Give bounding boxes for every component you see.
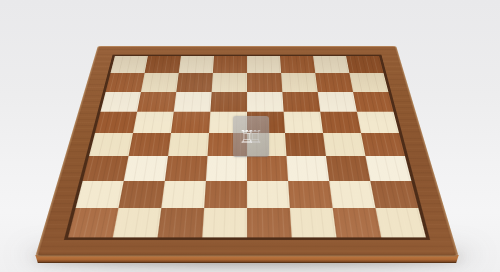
square-a7 xyxy=(106,73,145,92)
square-a8 xyxy=(110,56,147,73)
square-h4 xyxy=(361,133,405,156)
square-e8 xyxy=(247,56,281,73)
square-h5 xyxy=(357,112,399,133)
square-c6 xyxy=(174,92,212,112)
square-g2 xyxy=(329,181,375,208)
square-a5 xyxy=(95,112,137,133)
square-c4 xyxy=(168,133,209,156)
shop-watermark: ♖ ♖ xyxy=(233,116,269,157)
square-b1 xyxy=(113,208,162,237)
square-b8 xyxy=(145,56,181,73)
square-c5 xyxy=(171,112,210,133)
square-f7 xyxy=(281,73,318,92)
product-photo: ♖ ♖ xyxy=(0,0,500,272)
square-g3 xyxy=(326,156,370,181)
square-a2 xyxy=(76,181,124,208)
square-c8 xyxy=(179,56,214,73)
square-f8 xyxy=(280,56,315,73)
square-a4 xyxy=(89,133,133,156)
square-b2 xyxy=(118,181,164,208)
square-b4 xyxy=(129,133,171,156)
square-f1 xyxy=(290,208,337,237)
square-b3 xyxy=(124,156,168,181)
square-b6 xyxy=(137,92,176,112)
square-h1 xyxy=(376,208,426,237)
square-a3 xyxy=(83,156,129,181)
square-f3 xyxy=(286,156,329,181)
square-f4 xyxy=(285,133,326,156)
square-h7 xyxy=(349,73,388,92)
square-g7 xyxy=(315,73,353,92)
square-c3 xyxy=(165,156,208,181)
square-f5 xyxy=(284,112,323,133)
square-e6 xyxy=(247,92,284,112)
square-d3 xyxy=(206,156,247,181)
square-a6 xyxy=(101,92,141,112)
square-h8 xyxy=(346,56,383,73)
square-b7 xyxy=(141,73,179,92)
square-f2 xyxy=(288,181,333,208)
square-h6 xyxy=(353,92,393,112)
square-a1 xyxy=(68,208,118,237)
square-c1 xyxy=(158,208,205,237)
square-b5 xyxy=(133,112,174,133)
square-g1 xyxy=(333,208,382,237)
square-e3 xyxy=(247,156,288,181)
square-e7 xyxy=(247,73,282,92)
square-d8 xyxy=(213,56,247,73)
square-h3 xyxy=(365,156,411,181)
rook-icon: ♖ xyxy=(247,128,263,146)
square-h2 xyxy=(370,181,418,208)
square-c7 xyxy=(176,73,213,92)
square-g8 xyxy=(313,56,349,73)
square-d6 xyxy=(210,92,247,112)
square-d1 xyxy=(202,208,247,237)
square-g5 xyxy=(320,112,361,133)
square-d2 xyxy=(204,181,247,208)
square-g6 xyxy=(318,92,357,112)
square-e1 xyxy=(247,208,292,237)
square-f6 xyxy=(282,92,320,112)
square-d7 xyxy=(212,73,247,92)
square-c2 xyxy=(161,181,206,208)
square-g4 xyxy=(323,133,365,156)
square-e2 xyxy=(247,181,290,208)
